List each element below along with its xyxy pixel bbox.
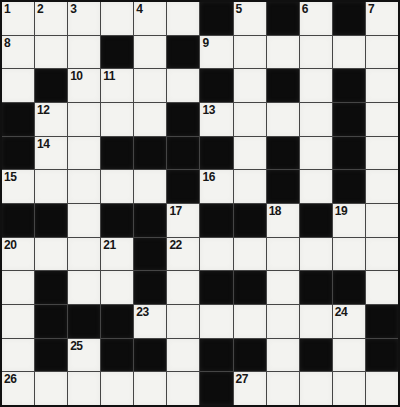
cell-r6c5[interactable]: 17 xyxy=(167,204,199,237)
cell-r2c3[interactable]: 11 xyxy=(101,69,133,102)
cell-r11c0[interactable]: 26 xyxy=(2,372,34,405)
cell-r5c1[interactable] xyxy=(35,170,67,203)
cell-r10c0[interactable] xyxy=(2,339,34,372)
black-cell-r4c4 xyxy=(134,137,166,170)
clue-number-17: 17 xyxy=(169,204,181,218)
clue-number-14: 14 xyxy=(37,137,49,151)
black-cell-r9c11 xyxy=(366,305,398,338)
cell-r7c8[interactable] xyxy=(267,238,299,271)
cell-r5c9[interactable] xyxy=(300,170,332,203)
black-cell-r2c1 xyxy=(35,69,67,102)
cell-r7c7[interactable] xyxy=(234,238,266,271)
clue-number-10: 10 xyxy=(70,69,82,83)
black-cell-r4c6 xyxy=(200,137,232,170)
cell-r2c5[interactable] xyxy=(167,69,199,102)
cell-r1c6[interactable]: 9 xyxy=(200,36,232,69)
black-cell-r11c6 xyxy=(200,372,232,405)
cell-r2c4[interactable] xyxy=(134,69,166,102)
clue-number-4: 4 xyxy=(136,2,142,16)
cell-r9c9[interactable] xyxy=(300,305,332,338)
black-cell-r4c8 xyxy=(267,137,299,170)
black-cell-r6c3 xyxy=(101,204,133,237)
clue-number-27: 27 xyxy=(236,372,248,386)
cell-r5c6[interactable]: 16 xyxy=(200,170,232,203)
black-cell-r8c9 xyxy=(300,271,332,304)
cell-r4c1[interactable]: 14 xyxy=(35,137,67,170)
clue-number-19: 19 xyxy=(335,204,347,218)
black-cell-r10c4 xyxy=(134,339,166,372)
cell-r7c5[interactable]: 22 xyxy=(167,238,199,271)
cell-r11c4[interactable] xyxy=(134,372,166,405)
clue-number-15: 15 xyxy=(4,170,16,184)
cell-r10c2[interactable]: 25 xyxy=(68,339,100,372)
black-cell-r3c5 xyxy=(167,103,199,136)
cell-r7c2[interactable] xyxy=(68,238,100,271)
cell-r11c7[interactable]: 27 xyxy=(234,372,266,405)
black-cell-r4c10 xyxy=(333,137,365,170)
black-cell-r10c7 xyxy=(234,339,266,372)
cell-r8c5[interactable] xyxy=(167,271,199,304)
cell-r3c4[interactable] xyxy=(134,103,166,136)
cell-r1c4[interactable] xyxy=(134,36,166,69)
cell-r1c9[interactable] xyxy=(300,36,332,69)
clue-number-18: 18 xyxy=(269,204,281,218)
cell-r3c3[interactable] xyxy=(101,103,133,136)
clue-number-6: 6 xyxy=(302,2,308,16)
black-cell-r0c6 xyxy=(200,2,232,35)
cell-r3c2[interactable] xyxy=(68,103,100,136)
cell-r3c8[interactable] xyxy=(267,103,299,136)
black-cell-r1c3 xyxy=(101,36,133,69)
cell-r11c9[interactable] xyxy=(300,372,332,405)
cell-r10c5[interactable] xyxy=(167,339,199,372)
black-cell-r10c1 xyxy=(35,339,67,372)
black-cell-r0c8 xyxy=(267,2,299,35)
black-cell-r3c0 xyxy=(2,103,34,136)
clue-number-26: 26 xyxy=(4,372,16,386)
black-cell-r0c10 xyxy=(333,2,365,35)
cell-r5c3[interactable] xyxy=(101,170,133,203)
cell-r9c8[interactable] xyxy=(267,305,299,338)
clue-number-20: 20 xyxy=(4,238,16,252)
cell-r7c1[interactable] xyxy=(35,238,67,271)
clue-number-1: 1 xyxy=(4,2,10,16)
clue-number-16: 16 xyxy=(202,170,214,184)
black-cell-r9c3 xyxy=(101,305,133,338)
black-cell-r8c6 xyxy=(200,271,232,304)
cell-r6c2[interactable] xyxy=(68,204,100,237)
cell-r7c6[interactable] xyxy=(200,238,232,271)
clue-number-12: 12 xyxy=(37,103,49,117)
black-cell-r6c0 xyxy=(2,204,34,237)
cell-r1c2[interactable] xyxy=(68,36,100,69)
cell-r11c3[interactable] xyxy=(101,372,133,405)
cell-r11c5[interactable] xyxy=(167,372,199,405)
black-cell-r5c5 xyxy=(167,170,199,203)
cell-r3c11[interactable] xyxy=(366,103,398,136)
cell-r4c7[interactable] xyxy=(234,137,266,170)
cell-r1c0[interactable]: 8 xyxy=(2,36,34,69)
cell-r9c4[interactable]: 23 xyxy=(134,305,166,338)
black-cell-r6c1 xyxy=(35,204,67,237)
black-cell-r10c6 xyxy=(200,339,232,372)
cell-r0c11[interactable]: 7 xyxy=(366,2,398,35)
black-cell-r5c8 xyxy=(267,170,299,203)
cell-r5c4[interactable] xyxy=(134,170,166,203)
black-cell-r2c6 xyxy=(200,69,232,102)
cell-r9c10[interactable]: 24 xyxy=(333,305,365,338)
cell-r11c10[interactable] xyxy=(333,372,365,405)
black-cell-r8c7 xyxy=(234,271,266,304)
clue-number-23: 23 xyxy=(136,305,148,319)
clue-number-7: 7 xyxy=(368,2,374,16)
black-cell-r8c1 xyxy=(35,271,67,304)
cell-r7c3[interactable]: 21 xyxy=(101,238,133,271)
cell-r6c10[interactable]: 19 xyxy=(333,204,365,237)
crossword-board: 1234567891011121314151617181920212223242… xyxy=(0,0,400,407)
cell-r9c0[interactable] xyxy=(2,305,34,338)
cell-r11c1[interactable] xyxy=(35,372,67,405)
black-cell-r5c10 xyxy=(333,170,365,203)
black-cell-r7c4 xyxy=(134,238,166,271)
cell-r1c10[interactable] xyxy=(333,36,365,69)
clue-number-13: 13 xyxy=(202,103,214,117)
black-cell-r8c4 xyxy=(134,271,166,304)
cell-r0c9[interactable]: 6 xyxy=(300,2,332,35)
clue-number-5: 5 xyxy=(236,2,242,16)
cell-r9c7[interactable] xyxy=(234,305,266,338)
black-cell-r1c5 xyxy=(167,36,199,69)
cell-r1c8[interactable] xyxy=(267,36,299,69)
cell-r11c2[interactable] xyxy=(68,372,100,405)
cell-r10c8[interactable] xyxy=(267,339,299,372)
black-cell-r9c1 xyxy=(35,305,67,338)
cell-r8c2[interactable] xyxy=(68,271,100,304)
cell-r4c11[interactable] xyxy=(366,137,398,170)
black-cell-r4c3 xyxy=(101,137,133,170)
clue-number-2: 2 xyxy=(37,2,43,16)
black-cell-r6c7 xyxy=(234,204,266,237)
black-cell-r2c10 xyxy=(333,69,365,102)
cell-r0c4[interactable]: 4 xyxy=(134,2,166,35)
cell-r8c3[interactable] xyxy=(101,271,133,304)
cell-r1c11[interactable] xyxy=(366,36,398,69)
clue-number-11: 11 xyxy=(103,69,115,83)
cell-r10c10[interactable] xyxy=(333,339,365,372)
clue-number-25: 25 xyxy=(70,339,82,353)
cell-r0c0[interactable]: 1 xyxy=(2,2,34,35)
cell-r0c1[interactable]: 2 xyxy=(35,2,67,35)
cell-r3c6[interactable]: 13 xyxy=(200,103,232,136)
cell-r0c2[interactable]: 3 xyxy=(68,2,100,35)
cell-r11c11[interactable] xyxy=(366,372,398,405)
cell-r3c9[interactable] xyxy=(300,103,332,136)
cell-r8c8[interactable] xyxy=(267,271,299,304)
clue-number-22: 22 xyxy=(169,238,181,252)
cell-r7c0[interactable]: 20 xyxy=(2,238,34,271)
cell-r7c9[interactable] xyxy=(300,238,332,271)
black-cell-r3c10 xyxy=(333,103,365,136)
crossword-grid: 1234567891011121314151617181920212223242… xyxy=(0,0,400,407)
cell-r4c9[interactable] xyxy=(300,137,332,170)
cell-r5c0[interactable]: 15 xyxy=(2,170,34,203)
cell-r2c7[interactable] xyxy=(234,69,266,102)
cell-r2c0[interactable] xyxy=(2,69,34,102)
cell-r0c3[interactable] xyxy=(101,2,133,35)
cell-r6c8[interactable]: 18 xyxy=(267,204,299,237)
black-cell-r6c4 xyxy=(134,204,166,237)
cell-r0c7[interactable]: 5 xyxy=(234,2,266,35)
clue-number-3: 3 xyxy=(70,2,76,16)
cell-r2c9[interactable] xyxy=(300,69,332,102)
black-cell-r10c9 xyxy=(300,339,332,372)
cell-r0c5[interactable] xyxy=(167,2,199,35)
cell-r8c0[interactable] xyxy=(2,271,34,304)
cell-r1c1[interactable] xyxy=(35,36,67,69)
cell-r5c7[interactable] xyxy=(234,170,266,203)
black-cell-r10c11 xyxy=(366,339,398,372)
cell-r2c11[interactable] xyxy=(366,69,398,102)
cell-r11c8[interactable] xyxy=(267,372,299,405)
black-cell-r4c5 xyxy=(167,137,199,170)
black-cell-r6c9 xyxy=(300,204,332,237)
cell-r6c11[interactable] xyxy=(366,204,398,237)
clue-number-24: 24 xyxy=(335,305,347,319)
cell-r3c7[interactable] xyxy=(234,103,266,136)
black-cell-r6c6 xyxy=(200,204,232,237)
cell-r7c10[interactable] xyxy=(333,238,365,271)
cell-r1c7[interactable] xyxy=(234,36,266,69)
clue-number-9: 9 xyxy=(202,36,208,50)
black-cell-r2c8 xyxy=(267,69,299,102)
cell-r5c11[interactable] xyxy=(366,170,398,203)
clue-number-8: 8 xyxy=(4,36,10,50)
cell-r9c6[interactable] xyxy=(200,305,232,338)
cell-r3c1[interactable]: 12 xyxy=(35,103,67,136)
black-cell-r8c10 xyxy=(333,271,365,304)
cell-r2c2[interactable]: 10 xyxy=(68,69,100,102)
cell-r4c2[interactable] xyxy=(68,137,100,170)
cell-r9c5[interactable] xyxy=(167,305,199,338)
cell-r5c2[interactable] xyxy=(68,170,100,203)
cell-r7c11[interactable] xyxy=(366,238,398,271)
black-cell-r4c0 xyxy=(2,137,34,170)
black-cell-r10c3 xyxy=(101,339,133,372)
clue-number-21: 21 xyxy=(103,238,115,252)
cell-r8c11[interactable] xyxy=(366,271,398,304)
black-cell-r9c2 xyxy=(68,305,100,338)
